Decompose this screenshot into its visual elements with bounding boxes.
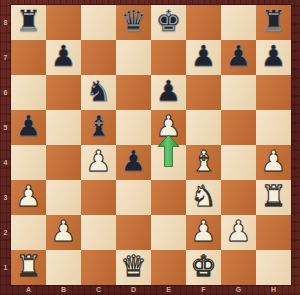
square-f3[interactable]: ♞: [186, 180, 221, 215]
rank-label-6: 6: [0, 75, 11, 110]
square-e7[interactable]: [151, 40, 186, 75]
white-pawn-a3[interactable]: ♟: [16, 182, 42, 211]
square-g6[interactable]: [221, 75, 256, 110]
file-label-d: D: [116, 285, 151, 295]
square-g4[interactable]: [221, 145, 256, 180]
square-a5[interactable]: ♟: [11, 110, 46, 145]
square-h7[interactable]: ♟: [256, 40, 291, 75]
square-b2[interactable]: ♟: [46, 215, 81, 250]
square-b5[interactable]: [46, 110, 81, 145]
square-e2[interactable]: [151, 215, 186, 250]
white-knight-f3[interactable]: ♞: [191, 182, 217, 211]
rank-labels: 87654321: [0, 5, 11, 285]
square-e1[interactable]: [151, 250, 186, 285]
square-c8[interactable]: [81, 5, 116, 40]
square-h2[interactable]: [256, 215, 291, 250]
square-h5[interactable]: [256, 110, 291, 145]
square-a6[interactable]: [11, 75, 46, 110]
square-c1[interactable]: [81, 250, 116, 285]
square-h1[interactable]: [256, 250, 291, 285]
black-pawn-h7[interactable]: ♟: [261, 42, 287, 71]
rank-label-1: 1: [0, 250, 11, 285]
square-b8[interactable]: [46, 5, 81, 40]
white-queen-d1[interactable]: ♛: [121, 252, 147, 281]
square-e3[interactable]: [151, 180, 186, 215]
square-c4[interactable]: ♟: [81, 145, 116, 180]
file-label-b: B: [46, 285, 81, 295]
square-b3[interactable]: [46, 180, 81, 215]
square-b1[interactable]: [46, 250, 81, 285]
white-pawn-h4[interactable]: ♟: [261, 147, 287, 176]
square-c3[interactable]: [81, 180, 116, 215]
square-e5[interactable]: ♟: [151, 110, 186, 145]
black-knight-c6[interactable]: ♞: [86, 77, 112, 106]
square-a4[interactable]: [11, 145, 46, 180]
square-g3[interactable]: [221, 180, 256, 215]
square-h8[interactable]: ♜: [256, 5, 291, 40]
square-d5[interactable]: [116, 110, 151, 145]
black-pawn-d4[interactable]: ♟: [121, 147, 147, 176]
black-pawn-f7[interactable]: ♟: [191, 42, 217, 71]
square-d2[interactable]: [116, 215, 151, 250]
white-rook-a1[interactable]: ♜: [16, 252, 42, 281]
file-label-e: E: [151, 285, 186, 295]
square-g7[interactable]: ♟: [221, 40, 256, 75]
square-f7[interactable]: ♟: [186, 40, 221, 75]
rank-label-4: 4: [0, 145, 11, 180]
rank-label-3: 3: [0, 180, 11, 215]
square-h4[interactable]: ♟: [256, 145, 291, 180]
black-pawn-b7[interactable]: ♟: [51, 42, 77, 71]
black-bishop-c5[interactable]: ♝: [86, 112, 112, 141]
black-pawn-a5[interactable]: ♟: [16, 112, 42, 141]
square-c5[interactable]: ♝: [81, 110, 116, 145]
square-g8[interactable]: [221, 5, 256, 40]
square-d3[interactable]: [116, 180, 151, 215]
square-b4[interactable]: [46, 145, 81, 180]
rank-label-8: 8: [0, 5, 11, 40]
square-d6[interactable]: [116, 75, 151, 110]
square-g1[interactable]: [221, 250, 256, 285]
black-pawn-g7[interactable]: ♟: [226, 42, 252, 71]
file-label-c: C: [81, 285, 116, 295]
black-rook-h8[interactable]: ♜: [261, 7, 287, 36]
square-d1[interactable]: ♛: [116, 250, 151, 285]
white-rook-h3[interactable]: ♜: [261, 182, 287, 211]
square-c7[interactable]: [81, 40, 116, 75]
square-h6[interactable]: [256, 75, 291, 110]
square-e6[interactable]: ♟: [151, 75, 186, 110]
black-queen-d8[interactable]: ♛: [121, 7, 147, 36]
white-pawn-b2[interactable]: ♟: [51, 217, 77, 246]
square-a2[interactable]: [11, 215, 46, 250]
white-bishop-f4[interactable]: ♝: [191, 147, 217, 176]
square-e4[interactable]: [151, 145, 186, 180]
black-pawn-e6[interactable]: ♟: [156, 77, 182, 106]
chess-board: ♜♛♚♜♟♟♟♟♞♟♟♝♟♟♟♝♟♟♞♜♟♟♟♜♛♚: [11, 5, 291, 285]
square-f5[interactable]: [186, 110, 221, 145]
rank-label-7: 7: [0, 40, 11, 75]
square-a3[interactable]: ♟: [11, 180, 46, 215]
square-f6[interactable]: [186, 75, 221, 110]
rank-label-5: 5: [0, 110, 11, 145]
rank-label-2: 2: [0, 215, 11, 250]
square-f1[interactable]: ♚: [186, 250, 221, 285]
square-g5[interactable]: [221, 110, 256, 145]
file-label-f: F: [186, 285, 221, 295]
black-rook-a8[interactable]: ♜: [16, 7, 42, 36]
file-labels: ABCDEFGH: [11, 285, 291, 295]
black-king-e8[interactable]: ♚: [156, 7, 182, 36]
square-c2[interactable]: [81, 215, 116, 250]
square-d4[interactable]: ♟: [116, 145, 151, 180]
white-pawn-f2[interactable]: ♟: [191, 217, 217, 246]
white-pawn-g2[interactable]: ♟: [226, 217, 252, 246]
white-pawn-e5[interactable]: ♟: [156, 112, 182, 141]
file-label-h: H: [256, 285, 291, 295]
square-f4[interactable]: ♝: [186, 145, 221, 180]
square-c6[interactable]: ♞: [81, 75, 116, 110]
white-king-f1[interactable]: ♚: [191, 252, 217, 281]
file-label-a: A: [11, 285, 46, 295]
square-f2[interactable]: ♟: [186, 215, 221, 250]
square-d7[interactable]: [116, 40, 151, 75]
square-d8[interactable]: ♛: [116, 5, 151, 40]
square-b6[interactable]: [46, 75, 81, 110]
square-e8[interactable]: ♚: [151, 5, 186, 40]
square-g2[interactable]: ♟: [221, 215, 256, 250]
chess-board-frame: 87654321 ♜♛♚♜♟♟♟♟♞♟♟♝♟♟♟♝♟♟♞♜♟♟♟♜♛♚ ABCD…: [0, 0, 300, 295]
square-a7[interactable]: [11, 40, 46, 75]
white-pawn-c4[interactable]: ♟: [86, 147, 112, 176]
file-label-g: G: [221, 285, 256, 295]
square-f8[interactable]: [186, 5, 221, 40]
square-h3[interactable]: ♜: [256, 180, 291, 215]
square-a1[interactable]: ♜: [11, 250, 46, 285]
square-b7[interactable]: ♟: [46, 40, 81, 75]
square-a8[interactable]: ♜: [11, 5, 46, 40]
